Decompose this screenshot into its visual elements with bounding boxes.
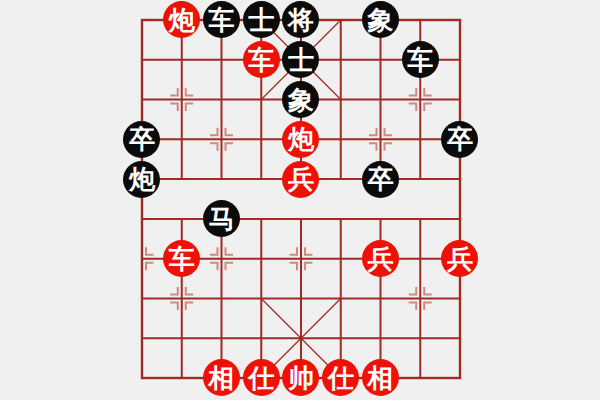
piece-red-elephant[interactable]: 相 xyxy=(203,359,240,396)
piece-black-advisor[interactable]: 士 xyxy=(243,1,280,38)
piece-red-chariot[interactable]: 车 xyxy=(243,41,280,78)
xiangqi-board[interactable]: 炮车士将象车士车象卒炮卒炮兵卒马车兵兵相仕帅仕相 xyxy=(122,0,480,398)
piece-black-general[interactable]: 将 xyxy=(282,1,319,38)
piece-black-chariot[interactable]: 车 xyxy=(203,1,240,38)
piece-red-soldier[interactable]: 兵 xyxy=(282,161,319,198)
piece-red-soldier[interactable]: 兵 xyxy=(441,240,478,277)
piece-black-chariot[interactable]: 车 xyxy=(402,41,439,78)
piece-black-horse[interactable]: 马 xyxy=(203,200,240,237)
piece-red-chariot[interactable]: 车 xyxy=(163,240,200,277)
piece-red-cannon[interactable]: 炮 xyxy=(163,1,200,38)
piece-black-soldier[interactable]: 卒 xyxy=(362,161,399,198)
piece-red-soldier[interactable]: 兵 xyxy=(362,240,399,277)
piece-black-cannon[interactable]: 炮 xyxy=(123,161,160,198)
piece-red-elephant[interactable]: 相 xyxy=(362,359,399,396)
piece-black-advisor[interactable]: 士 xyxy=(282,41,319,78)
xiangqi-app: 炮车士将象车士车象卒炮卒炮兵卒马车兵兵相仕帅仕相 xyxy=(0,0,600,400)
piece-black-soldier[interactable]: 卒 xyxy=(123,121,160,158)
piece-black-elephant[interactable]: 象 xyxy=(282,81,319,118)
piece-red-cannon[interactable]: 炮 xyxy=(282,121,319,158)
piece-black-elephant[interactable]: 象 xyxy=(362,1,399,38)
piece-black-soldier[interactable]: 卒 xyxy=(441,121,478,158)
piece-red-advisor[interactable]: 仕 xyxy=(322,359,359,396)
piece-red-general[interactable]: 帅 xyxy=(282,359,319,396)
piece-red-advisor[interactable]: 仕 xyxy=(243,359,280,396)
